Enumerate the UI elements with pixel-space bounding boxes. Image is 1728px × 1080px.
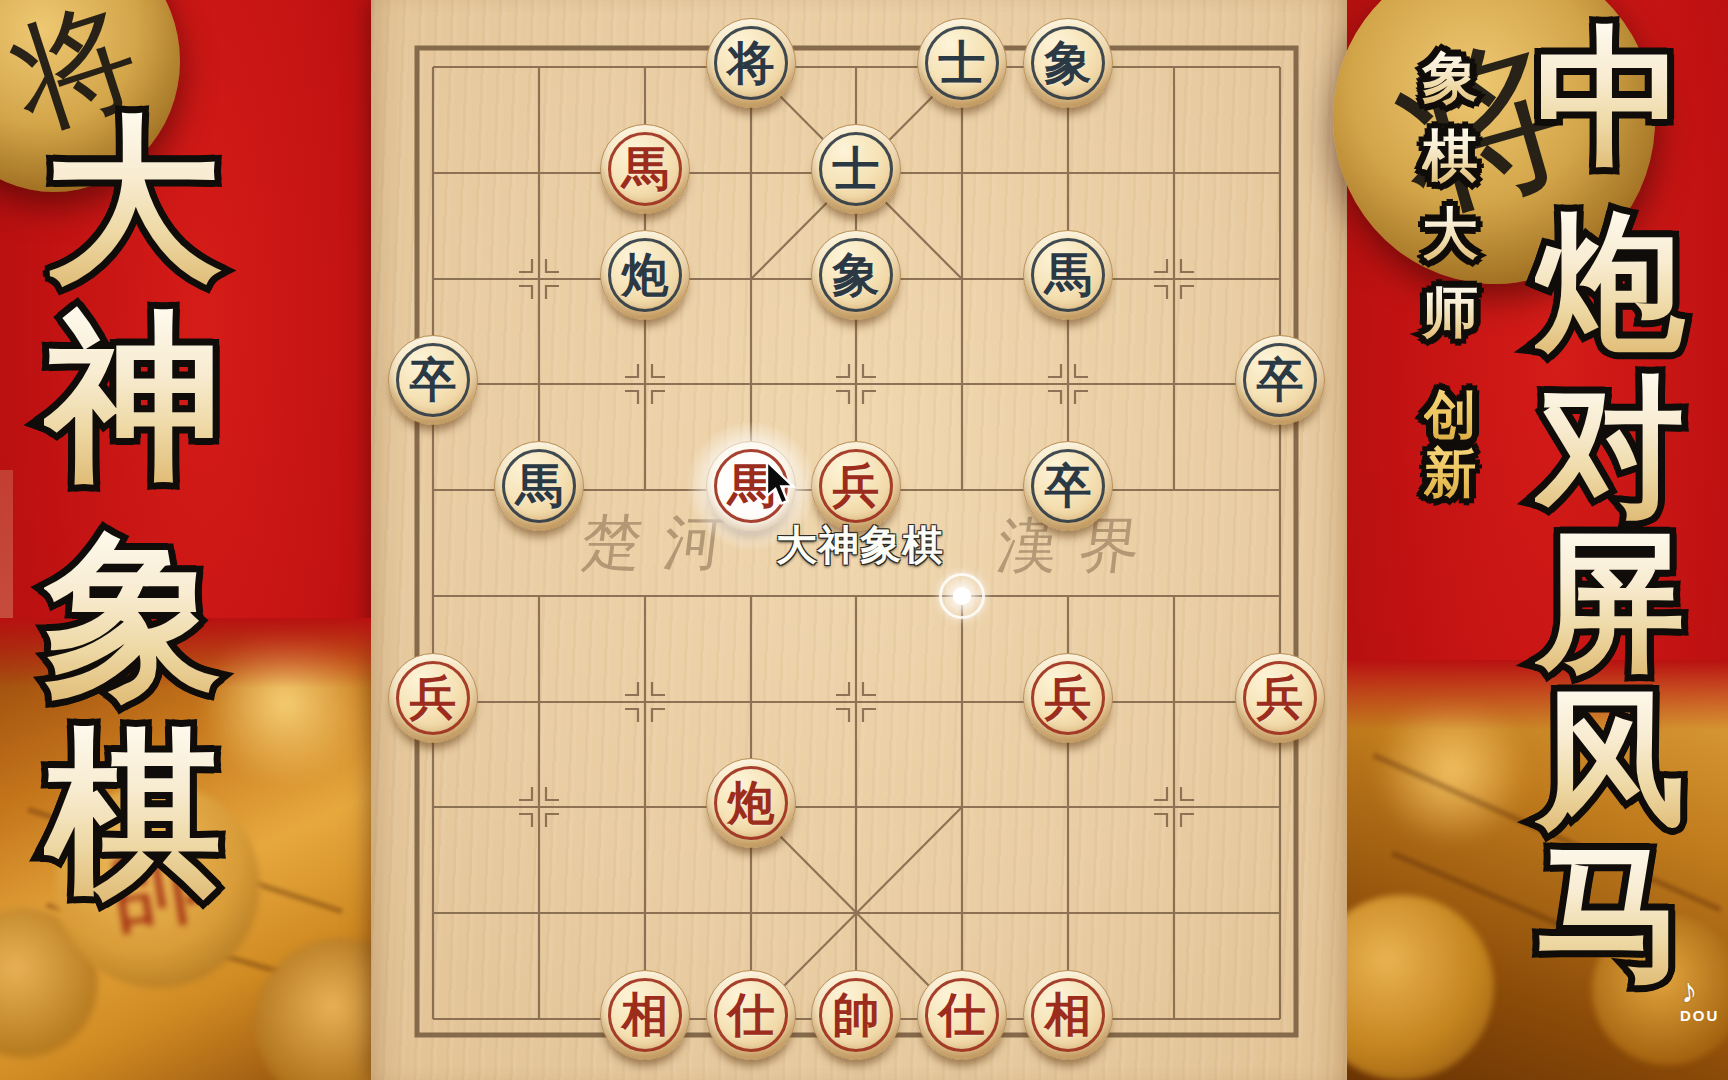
left-title-大神象棋: 大大神神象象棋棋 bbox=[33, 112, 233, 912]
title-char-fill: 中 bbox=[1535, 10, 1685, 184]
title-char: 象象 bbox=[1410, 50, 1490, 112]
title-char-fill: 对 bbox=[1535, 360, 1685, 534]
piece-glyph: 兵 bbox=[1045, 675, 1092, 722]
piece-glyph: 馬 bbox=[1045, 252, 1092, 299]
app-watermark: 大神象棋 bbox=[760, 518, 960, 573]
title-char-fill: 风 bbox=[1535, 672, 1685, 846]
piece-black-象-c4r2[interactable]: 象 bbox=[811, 230, 901, 320]
xiangqi-board[interactable]: 楚河 漢界 将士象馬士炮象馬卒卒馬馬兵卒兵兵兵炮相仕帥仕相 大神象棋 bbox=[371, 0, 1347, 1080]
piece-glyph: 将 bbox=[728, 40, 775, 87]
piece-black-卒-c6r4[interactable]: 卒 bbox=[1023, 441, 1113, 531]
piece-glyph: 象 bbox=[833, 252, 880, 299]
title-char: 神神 bbox=[33, 308, 233, 498]
piece-glyph: 兵 bbox=[833, 463, 880, 510]
piece-glyph: 馬 bbox=[516, 463, 563, 510]
title-char: 创创 bbox=[1410, 388, 1490, 446]
piece-glyph: 兵 bbox=[410, 675, 457, 722]
title-char-fill: 炮 bbox=[1535, 195, 1685, 369]
piece-red-兵-c6r6[interactable]: 兵 bbox=[1023, 653, 1113, 743]
right-subtitle-象棋大师: 象象棋棋大大师师 bbox=[1410, 50, 1490, 350]
right-title-中炮对屏风马: 中中炮炮对对屏屏风风马马 bbox=[1535, 0, 1685, 1000]
move-hint-dot[interactable] bbox=[939, 573, 985, 619]
title-char: 中中 bbox=[1535, 22, 1685, 182]
title-char-fill: 屏 bbox=[1535, 515, 1685, 689]
right-tagline-创新: 创创新新 bbox=[1410, 388, 1490, 518]
title-char-fill: 神 bbox=[44, 293, 222, 500]
piece-black-士-c4r1[interactable]: 士 bbox=[811, 124, 901, 214]
piece-black-象-c6r0[interactable]: 象 bbox=[1023, 18, 1113, 108]
title-char: 师师 bbox=[1410, 284, 1490, 346]
title-char: 大大 bbox=[1410, 206, 1490, 268]
title-char-fill: 创 bbox=[1424, 384, 1477, 445]
photo-piece-blur bbox=[255, 938, 371, 1080]
photo-piece-blur bbox=[1347, 895, 1494, 1080]
corner-logo: ♪ DOU bbox=[1680, 968, 1728, 1025]
piece-glyph: 相 bbox=[622, 992, 669, 1039]
piece-glyph: 士 bbox=[833, 146, 880, 193]
title-char-fill: 象 bbox=[44, 513, 222, 720]
piece-black-卒-c0r3[interactable]: 卒 bbox=[388, 335, 478, 425]
title-char: 象象 bbox=[33, 528, 233, 718]
title-char-fill: 大 bbox=[44, 97, 222, 304]
piece-glyph: 兵 bbox=[1257, 675, 1304, 722]
title-char: 大大 bbox=[33, 112, 233, 302]
piece-red-仕-c5r9[interactable]: 仕 bbox=[917, 970, 1007, 1060]
title-char: 棋棋 bbox=[33, 724, 233, 914]
piece-red-兵-c0r6[interactable]: 兵 bbox=[388, 653, 478, 743]
piece-glyph: 馬 bbox=[622, 146, 669, 193]
piece-glyph: 仕 bbox=[728, 992, 775, 1039]
piece-red-相-c2r9[interactable]: 相 bbox=[600, 970, 690, 1060]
title-char: 对对 bbox=[1535, 372, 1685, 532]
piece-glyph: 相 bbox=[1045, 992, 1092, 1039]
piece-glyph: 仕 bbox=[939, 992, 986, 1039]
piece-glyph: 炮 bbox=[622, 252, 669, 299]
music-note-icon: ♪ bbox=[1678, 964, 1728, 1011]
piece-red-兵-c8r6[interactable]: 兵 bbox=[1235, 653, 1325, 743]
piece-glyph: 炮 bbox=[728, 780, 775, 827]
title-char: 风风 bbox=[1535, 684, 1685, 844]
piece-black-将-c3r0[interactable]: 将 bbox=[706, 18, 796, 108]
title-char: 屏屏 bbox=[1535, 527, 1685, 687]
piece-glyph: 卒 bbox=[410, 357, 457, 404]
title-char-fill: 马 bbox=[1535, 826, 1685, 1000]
piece-black-士-c5r0[interactable]: 士 bbox=[917, 18, 1007, 108]
piece-red-馬-c2r1[interactable]: 馬 bbox=[600, 124, 690, 214]
title-char-fill: 棋 bbox=[1422, 123, 1478, 188]
move-hint-dot-core bbox=[953, 587, 971, 605]
mouse-cursor-icon bbox=[765, 460, 805, 508]
piece-black-馬-c1r4[interactable]: 馬 bbox=[494, 441, 584, 531]
title-char: 马马 bbox=[1535, 838, 1685, 998]
title-char-fill: 大 bbox=[1422, 201, 1478, 266]
title-char-fill: 新 bbox=[1424, 442, 1477, 503]
right-banner: 将 象象棋棋大大师师 创创新新 中中炮炮对对屏屏风风马马 ♪ DOU bbox=[1347, 0, 1728, 1080]
left-banner: 将 帥 大大神神象象棋棋 bbox=[0, 0, 371, 1080]
piece-glyph: 象 bbox=[1045, 40, 1092, 87]
piece-glyph: 卒 bbox=[1257, 357, 1304, 404]
piece-black-炮-c2r2[interactable]: 炮 bbox=[600, 230, 690, 320]
title-char-fill: 师 bbox=[1422, 279, 1478, 344]
title-char-fill: 棋 bbox=[44, 709, 222, 916]
title-char: 炮炮 bbox=[1535, 207, 1685, 367]
title-char-fill: 象 bbox=[1422, 45, 1478, 110]
piece-glyph: 卒 bbox=[1045, 463, 1092, 510]
piece-glyph: 士 bbox=[939, 40, 986, 87]
title-char: 棋棋 bbox=[1410, 128, 1490, 190]
piece-glyph: 帥 bbox=[833, 992, 880, 1039]
piece-red-炮-c3r7[interactable]: 炮 bbox=[706, 758, 796, 848]
piece-black-卒-c8r3[interactable]: 卒 bbox=[1235, 335, 1325, 425]
title-char: 新新 bbox=[1410, 446, 1490, 504]
piece-red-帥-c4r9[interactable]: 帥 bbox=[811, 970, 901, 1060]
video-frame: 将 帥 大大神神象象棋棋 bbox=[0, 0, 1728, 1080]
piece-black-馬-c6r2[interactable]: 馬 bbox=[1023, 230, 1113, 320]
piece-red-仕-c3r9[interactable]: 仕 bbox=[706, 970, 796, 1060]
piece-red-相-c6r9[interactable]: 相 bbox=[1023, 970, 1113, 1060]
